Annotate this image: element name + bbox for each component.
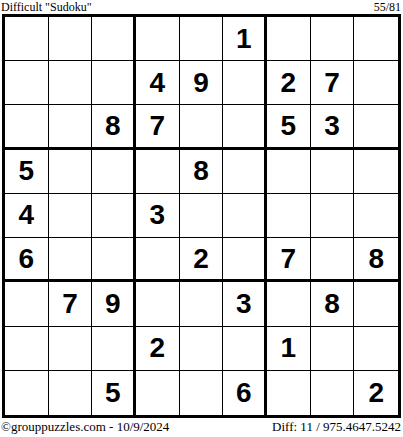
cell-r3c3-given-8: 8 (92, 105, 136, 149)
cell-r1c1-empty (5, 17, 49, 61)
cell-r3c1-empty (5, 105, 49, 149)
cell-r2c5-given-9: 9 (180, 61, 224, 105)
cell-r1c4-empty (136, 17, 180, 61)
cell-r7c5-empty (180, 282, 224, 326)
cell-r5c3-empty (92, 194, 136, 238)
cell-r9c6-given-6: 6 (223, 371, 267, 415)
cell-r6c1-given-6: 6 (5, 238, 49, 282)
cell-r2c3-empty (92, 61, 136, 105)
blank-counter: 55/81 (374, 0, 401, 15)
cell-r6c9-given-8: 8 (354, 238, 398, 282)
cell-r5c1-given-4: 4 (5, 194, 49, 238)
cell-r6c6-empty (223, 238, 267, 282)
cell-r1c5-empty (180, 17, 224, 61)
page-header: Difficult "Sudoku" 55/81 (0, 0, 403, 14)
cell-r5c5-empty (180, 194, 224, 238)
cell-r1c3-empty (92, 17, 136, 61)
cell-r6c7-given-7: 7 (267, 238, 311, 282)
cell-r4c2-empty (49, 150, 93, 194)
cell-r7c1-empty (5, 282, 49, 326)
cell-r4c9-empty (354, 150, 398, 194)
puzzle-title: Difficult "Sudoku" (1, 0, 92, 15)
cell-r3c6-empty (223, 105, 267, 149)
cell-r1c8-empty (311, 17, 355, 61)
cell-r3c5-empty (180, 105, 224, 149)
cell-r6c2-empty (49, 238, 93, 282)
cell-r8c5-empty (180, 327, 224, 371)
cell-r8c1-empty (5, 327, 49, 371)
cell-r9c5-empty (180, 371, 224, 415)
cell-r9c1-empty (5, 371, 49, 415)
cell-r9c3-given-5: 5 (92, 371, 136, 415)
cell-r3c7-given-5: 5 (267, 105, 311, 149)
cell-r4c6-empty (223, 150, 267, 194)
page-footer: ©grouppuzzles.com - 10/9/2024 Diff: 11 /… (0, 418, 403, 437)
cell-r2c6-empty (223, 61, 267, 105)
cell-r2c2-empty (49, 61, 93, 105)
cell-r8c7-given-1: 1 (267, 327, 311, 371)
cell-r6c8-empty (311, 238, 355, 282)
cell-r3c9-empty (354, 105, 398, 149)
cell-r9c4-empty (136, 371, 180, 415)
cell-r6c4-empty (136, 238, 180, 282)
cell-r9c9-given-2: 2 (354, 371, 398, 415)
cell-r4c1-given-5: 5 (5, 150, 49, 194)
cell-r3c2-empty (49, 105, 93, 149)
cell-r3c4-given-7: 7 (136, 105, 180, 149)
cell-r7c3-given-9: 9 (92, 282, 136, 326)
copyright-credit: ©grouppuzzles.com - 10/9/2024 (1, 419, 169, 435)
difficulty-rating: Diff: 11 / 975.4647.5242 (272, 419, 401, 435)
cell-r7c7-empty (267, 282, 311, 326)
cell-r8c3-empty (92, 327, 136, 371)
cell-r4c7-empty (267, 150, 311, 194)
cell-r6c5-given-2: 2 (180, 238, 224, 282)
cell-r5c8-empty (311, 194, 355, 238)
cell-r4c3-empty (92, 150, 136, 194)
cell-r9c2-empty (49, 371, 93, 415)
cell-r5c2-empty (49, 194, 93, 238)
cell-r4c5-given-8: 8 (180, 150, 224, 194)
cell-r8c6-empty (223, 327, 267, 371)
cell-r4c4-empty (136, 150, 180, 194)
cell-r7c4-empty (136, 282, 180, 326)
cell-r1c9-empty (354, 17, 398, 61)
cell-r2c1-empty (5, 61, 49, 105)
cell-r1c2-empty (49, 17, 93, 61)
cell-r6c3-empty (92, 238, 136, 282)
cell-r7c9-empty (354, 282, 398, 326)
cell-r5c9-empty (354, 194, 398, 238)
sudoku-grid: 14927875358436278793821562 (2, 14, 401, 418)
cell-r7c2-given-7: 7 (49, 282, 93, 326)
cell-r1c6-given-1: 1 (223, 17, 267, 61)
cell-r2c8-given-7: 7 (311, 61, 355, 105)
cell-r1c7-empty (267, 17, 311, 61)
cell-r9c7-empty (267, 371, 311, 415)
cell-r8c4-given-2: 2 (136, 327, 180, 371)
cell-r5c7-empty (267, 194, 311, 238)
cell-r2c7-given-2: 2 (267, 61, 311, 105)
cell-r3c8-given-3: 3 (311, 105, 355, 149)
cell-r5c4-given-3: 3 (136, 194, 180, 238)
cell-r7c6-given-3: 3 (223, 282, 267, 326)
cell-r2c4-given-4: 4 (136, 61, 180, 105)
cell-r9c8-empty (311, 371, 355, 415)
cell-r2c9-empty (354, 61, 398, 105)
cell-r4c8-empty (311, 150, 355, 194)
cell-r8c2-empty (49, 327, 93, 371)
cell-r8c8-empty (311, 327, 355, 371)
cell-r8c9-empty (354, 327, 398, 371)
cell-r5c6-empty (223, 194, 267, 238)
cell-r7c8-given-8: 8 (311, 282, 355, 326)
